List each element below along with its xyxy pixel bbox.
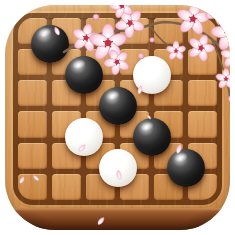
board-cell xyxy=(120,49,149,75)
screenshot-background xyxy=(0,0,235,235)
board-cell xyxy=(86,143,115,169)
board-cell xyxy=(154,143,183,169)
board-cell xyxy=(86,111,115,137)
board-cell xyxy=(52,143,81,169)
board-cell xyxy=(154,49,183,75)
board-cell xyxy=(120,174,149,200)
board-cell xyxy=(120,80,149,106)
board-cell xyxy=(18,18,47,44)
board-cell xyxy=(154,174,183,200)
board-cell xyxy=(52,111,81,137)
board-cell xyxy=(188,143,217,169)
board-cell xyxy=(188,111,217,137)
board-cell xyxy=(154,111,183,137)
board-cell xyxy=(18,143,47,169)
board-cell xyxy=(52,80,81,106)
board-cell xyxy=(120,143,149,169)
board-cell xyxy=(154,18,183,44)
gomoku-board xyxy=(13,13,222,205)
board-cell xyxy=(18,174,47,200)
board-cell xyxy=(86,174,115,200)
board-cell xyxy=(18,80,47,106)
board-cell xyxy=(18,111,47,137)
board-cell xyxy=(52,174,81,200)
board-cell xyxy=(52,49,81,75)
app-icon[interactable] xyxy=(5,5,230,230)
board-side-edge xyxy=(5,208,230,230)
board-cell xyxy=(120,18,149,44)
board-cell xyxy=(18,49,47,75)
board-cell xyxy=(120,111,149,137)
board-cell xyxy=(86,80,115,106)
board-cell xyxy=(86,18,115,44)
board-cell xyxy=(188,80,217,106)
board-cell xyxy=(188,174,217,200)
board-cell xyxy=(188,18,217,44)
board-cell xyxy=(188,49,217,75)
board-cell xyxy=(52,18,81,44)
board-cell xyxy=(86,49,115,75)
board-cell xyxy=(154,80,183,106)
